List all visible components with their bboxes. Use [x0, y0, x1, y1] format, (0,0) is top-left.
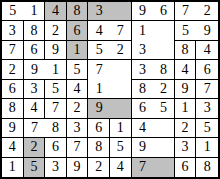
page: 5148396723826471597691523842915738466354… — [0, 0, 220, 179]
grid-cell[interactable]: 6 — [2, 80, 24, 99]
grid-cell[interactable]: 1 — [196, 138, 218, 157]
grid-cell[interactable]: 7 — [2, 41, 24, 60]
grid-cell[interactable]: 4 — [110, 158, 132, 177]
grid-cell[interactable]: 2 — [196, 2, 218, 21]
grid-cell[interactable]: 8 — [88, 138, 110, 157]
grid-cell[interactable]: 8 — [196, 158, 218, 177]
grid-cell[interactable]: 3 — [67, 119, 89, 138]
grid-cell[interactable]: 6 — [45, 138, 67, 157]
grid-cell[interactable]: 9 — [132, 138, 154, 157]
grid-cell-empty[interactable] — [153, 138, 175, 157]
grid-cell[interactable]: 8 — [153, 60, 175, 79]
grid-cell[interactable]: 9 — [88, 99, 110, 118]
grid-cell-empty[interactable] — [110, 2, 132, 21]
grid-cell[interactable]: 2 — [153, 80, 175, 99]
grid-cell[interactable]: 5 — [2, 2, 24, 21]
grid-cell[interactable]: 9 — [2, 119, 24, 138]
grid-cell[interactable]: 9 — [67, 158, 89, 177]
grid-cell[interactable]: 1 — [24, 2, 46, 21]
grid-cell[interactable]: 5 — [153, 99, 175, 118]
grid-cell[interactable]: 1 — [2, 158, 24, 177]
grid-cell[interactable]: 2 — [110, 41, 132, 60]
grid-cell[interactable]: 2 — [67, 99, 89, 118]
grid-cell[interactable]: 6 — [153, 2, 175, 21]
grid-cell[interactable]: 7 — [88, 60, 110, 79]
grid-cell[interactable]: 1 — [88, 80, 110, 99]
grid-cell[interactable]: 4 — [175, 60, 197, 79]
grid-cell[interactable]: 8 — [2, 99, 24, 118]
grid-cell[interactable]: 6 — [67, 21, 89, 40]
grid-cell[interactable]: 1 — [67, 41, 89, 60]
grid-cell[interactable]: 4 — [24, 99, 46, 118]
grid-cell[interactable]: 4 — [67, 80, 89, 99]
grid-cell[interactable]: 6 — [132, 99, 154, 118]
sudoku-board: 5148396723826471597691523842915738466354… — [0, 0, 220, 179]
grid-cell[interactable]: 2 — [175, 119, 197, 138]
grid-cell[interactable]: 1 — [132, 21, 154, 40]
grid-cell[interactable]: 6 — [196, 60, 218, 79]
grid-cell[interactable]: 8 — [45, 119, 67, 138]
grid-cell-empty[interactable] — [153, 21, 175, 40]
grid-cell[interactable]: 1 — [175, 99, 197, 118]
grid-cell[interactable]: 5 — [45, 80, 67, 99]
grid-cell[interactable]: 5 — [175, 21, 197, 40]
grid-cell[interactable]: 7 — [196, 80, 218, 99]
grid-cell[interactable]: 7 — [67, 138, 89, 157]
grid-cell[interactable]: 7 — [175, 2, 197, 21]
grid-cell[interactable]: 1 — [45, 60, 67, 79]
grid-cell[interactable]: 2 — [88, 158, 110, 177]
grid-cell[interactable]: 1 — [110, 119, 132, 138]
grid-cell[interactable]: 7 — [132, 158, 154, 177]
grid-cell[interactable]: 6 — [24, 41, 46, 60]
grid-cell[interactable]: 5 — [24, 158, 46, 177]
grid-cell[interactable]: 5 — [110, 138, 132, 157]
grid-cell[interactable]: 5 — [67, 60, 89, 79]
grid-cell-empty[interactable] — [110, 60, 132, 79]
grid-cell[interactable]: 7 — [45, 99, 67, 118]
grid-cell[interactable]: 5 — [196, 119, 218, 138]
grid-cell-empty[interactable] — [110, 80, 132, 99]
grid-cell[interactable]: 5 — [88, 41, 110, 60]
grid-cell[interactable]: 3 — [196, 99, 218, 118]
grid-cell[interactable]: 4 — [196, 41, 218, 60]
grid-cell[interactable]: 2 — [45, 21, 67, 40]
grid-cell[interactable]: 3 — [132, 60, 154, 79]
grid-cell[interactable]: 6 — [175, 158, 197, 177]
grid-cell-empty[interactable] — [153, 158, 175, 177]
grid-cell[interactable]: 4 — [88, 21, 110, 40]
grid-cell-empty[interactable] — [110, 99, 132, 118]
grid-cell[interactable]: 8 — [132, 80, 154, 99]
grid-cell[interactable]: 3 — [132, 41, 154, 60]
grid-cell[interactable]: 4 — [2, 138, 24, 157]
grid-cell[interactable]: 4 — [132, 119, 154, 138]
grid-cell[interactable]: 7 — [24, 119, 46, 138]
grid-cell[interactable]: 7 — [110, 21, 132, 40]
grid-cell[interactable]: 9 — [196, 21, 218, 40]
grid-cell-empty[interactable] — [153, 119, 175, 138]
grid-cell[interactable]: 3 — [175, 138, 197, 157]
grid-cell[interactable]: 3 — [2, 21, 24, 40]
grid-cell[interactable]: 6 — [88, 119, 110, 138]
grid-cell[interactable]: 3 — [88, 2, 110, 21]
grid-cell[interactable]: 4 — [45, 2, 67, 21]
grid-cell[interactable]: 8 — [175, 41, 197, 60]
grid-cell[interactable]: 9 — [175, 80, 197, 99]
grid-cell-empty[interactable] — [153, 41, 175, 60]
grid-cell[interactable]: 2 — [24, 138, 46, 157]
grid-cell[interactable]: 8 — [24, 21, 46, 40]
grid-cell[interactable]: 2 — [2, 60, 24, 79]
grid-cell[interactable]: 9 — [45, 41, 67, 60]
grid-cell[interactable]: 3 — [24, 80, 46, 99]
grid-cell[interactable]: 3 — [45, 158, 67, 177]
grid-cell[interactable]: 8 — [67, 2, 89, 21]
grid-cell[interactable]: 9 — [132, 2, 154, 21]
grid-cell[interactable]: 9 — [24, 60, 46, 79]
